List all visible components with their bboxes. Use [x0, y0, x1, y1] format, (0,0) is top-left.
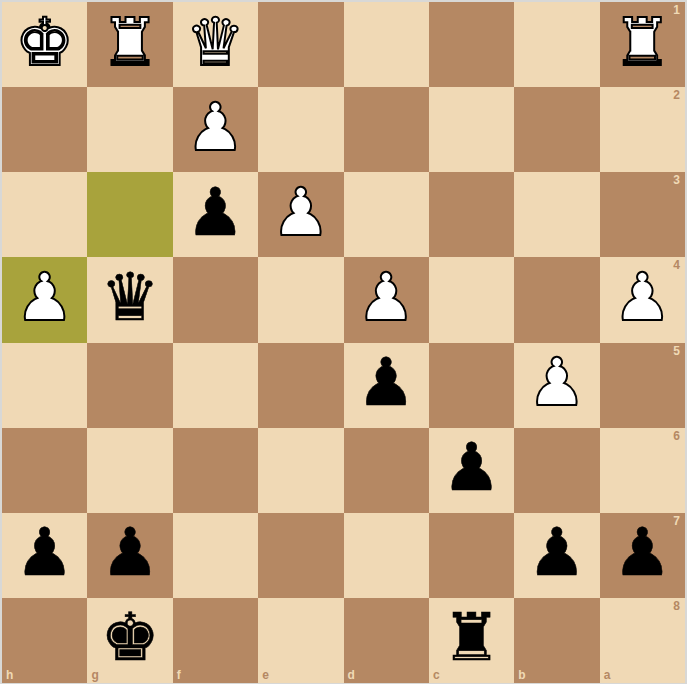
square-h7[interactable]: ♟: [2, 513, 87, 598]
piece-white-pawn-h4[interactable]: ♟: [15, 265, 74, 331]
square-d3[interactable]: [344, 172, 429, 257]
piece-white-pawn-d4[interactable]: ♟: [357, 265, 416, 331]
square-c5[interactable]: [429, 343, 514, 428]
square-e7[interactable]: [258, 513, 343, 598]
square-c7[interactable]: [429, 513, 514, 598]
square-b2[interactable]: [514, 87, 599, 172]
piece-black-rook-c8[interactable]: ♜: [442, 605, 501, 671]
chess-board: ♚♜♛♜1♟2♟♟3♟♛♟♟4♟♟5♟6♟♟♟♟7h♚gfed♜cb8a: [2, 2, 685, 683]
square-d5[interactable]: ♟: [344, 343, 429, 428]
square-g3[interactable]: [87, 172, 172, 257]
square-c2[interactable]: [429, 87, 514, 172]
square-a4[interactable]: ♟4: [600, 257, 685, 342]
piece-black-pawn-h7[interactable]: ♟: [15, 520, 74, 586]
square-h3[interactable]: [2, 172, 87, 257]
square-e6[interactable]: [258, 428, 343, 513]
square-g4[interactable]: ♛: [87, 257, 172, 342]
square-f5[interactable]: [173, 343, 258, 428]
rank-label-7: 7: [673, 515, 680, 528]
square-h4[interactable]: ♟: [2, 257, 87, 342]
file-label-a: a: [604, 669, 611, 682]
square-e1[interactable]: [258, 2, 343, 87]
square-e5[interactable]: [258, 343, 343, 428]
rank-label-4: 4: [673, 259, 680, 272]
square-h8[interactable]: h: [2, 598, 87, 683]
square-g2[interactable]: [87, 87, 172, 172]
piece-white-king-h1[interactable]: ♚: [15, 10, 74, 76]
file-label-c: c: [433, 669, 440, 682]
piece-black-king-g8[interactable]: ♚: [100, 605, 159, 671]
rank-label-6: 6: [673, 430, 680, 443]
piece-white-rook-g1[interactable]: ♜: [100, 10, 159, 76]
square-b6[interactable]: [514, 428, 599, 513]
rank-label-2: 2: [673, 89, 680, 102]
square-h1[interactable]: ♚: [2, 2, 87, 87]
square-d8[interactable]: d: [344, 598, 429, 683]
square-b1[interactable]: [514, 2, 599, 87]
square-d1[interactable]: [344, 2, 429, 87]
file-label-d: d: [348, 669, 355, 682]
file-label-f: f: [177, 669, 181, 682]
square-a6[interactable]: 6: [600, 428, 685, 513]
square-g8[interactable]: ♚g: [87, 598, 172, 683]
piece-white-pawn-b5[interactable]: ♟: [527, 350, 586, 416]
square-f3[interactable]: ♟: [173, 172, 258, 257]
square-c4[interactable]: [429, 257, 514, 342]
rank-label-8: 8: [673, 600, 680, 613]
piece-white-pawn-a4[interactable]: ♟: [613, 265, 672, 331]
square-a3[interactable]: 3: [600, 172, 685, 257]
square-f4[interactable]: [173, 257, 258, 342]
square-c8[interactable]: ♜c: [429, 598, 514, 683]
board-frame: ♚♜♛♜1♟2♟♟3♟♛♟♟4♟♟5♟6♟♟♟♟7h♚gfed♜cb8a: [0, 0, 687, 684]
file-label-b: b: [518, 669, 525, 682]
square-d2[interactable]: [344, 87, 429, 172]
square-d7[interactable]: [344, 513, 429, 598]
square-e4[interactable]: [258, 257, 343, 342]
square-c1[interactable]: [429, 2, 514, 87]
square-f6[interactable]: [173, 428, 258, 513]
piece-black-pawn-g7[interactable]: ♟: [100, 520, 159, 586]
square-e2[interactable]: [258, 87, 343, 172]
rank-label-3: 3: [673, 174, 680, 187]
piece-black-pawn-c6[interactable]: ♟: [442, 435, 501, 501]
rank-label-1: 1: [673, 4, 680, 17]
square-g5[interactable]: [87, 343, 172, 428]
square-f2[interactable]: ♟: [173, 87, 258, 172]
file-label-e: e: [262, 669, 269, 682]
piece-black-queen-g4[interactable]: ♛: [100, 265, 159, 331]
piece-white-rook-a1[interactable]: ♜: [613, 10, 672, 76]
square-d4[interactable]: ♟: [344, 257, 429, 342]
piece-white-queen-f1[interactable]: ♛: [186, 10, 245, 76]
square-e8[interactable]: e: [258, 598, 343, 683]
file-label-g: g: [91, 669, 98, 682]
square-g6[interactable]: [87, 428, 172, 513]
piece-black-pawn-b7[interactable]: ♟: [527, 520, 586, 586]
piece-black-pawn-a7[interactable]: ♟: [613, 520, 672, 586]
square-b4[interactable]: [514, 257, 599, 342]
file-label-h: h: [6, 669, 13, 682]
square-g7[interactable]: ♟: [87, 513, 172, 598]
square-a1[interactable]: ♜1: [600, 2, 685, 87]
square-d6[interactable]: [344, 428, 429, 513]
square-c3[interactable]: [429, 172, 514, 257]
square-c6[interactable]: ♟: [429, 428, 514, 513]
square-b7[interactable]: ♟: [514, 513, 599, 598]
square-g1[interactable]: ♜: [87, 2, 172, 87]
square-b3[interactable]: [514, 172, 599, 257]
square-f7[interactable]: [173, 513, 258, 598]
square-h6[interactable]: [2, 428, 87, 513]
square-b5[interactable]: ♟: [514, 343, 599, 428]
square-h5[interactable]: [2, 343, 87, 428]
square-f1[interactable]: ♛: [173, 2, 258, 87]
square-a2[interactable]: 2: [600, 87, 685, 172]
square-a5[interactable]: 5: [600, 343, 685, 428]
square-f8[interactable]: f: [173, 598, 258, 683]
square-e3[interactable]: ♟: [258, 172, 343, 257]
square-b8[interactable]: b: [514, 598, 599, 683]
piece-black-pawn-d5[interactable]: ♟: [357, 350, 416, 416]
square-a7[interactable]: ♟7: [600, 513, 685, 598]
square-a8[interactable]: 8a: [600, 598, 685, 683]
square-h2[interactable]: [2, 87, 87, 172]
piece-black-pawn-f3[interactable]: ♟: [186, 180, 245, 246]
piece-white-pawn-e3[interactable]: ♟: [271, 180, 330, 246]
rank-label-5: 5: [673, 345, 680, 358]
piece-white-pawn-f2[interactable]: ♟: [186, 95, 245, 161]
